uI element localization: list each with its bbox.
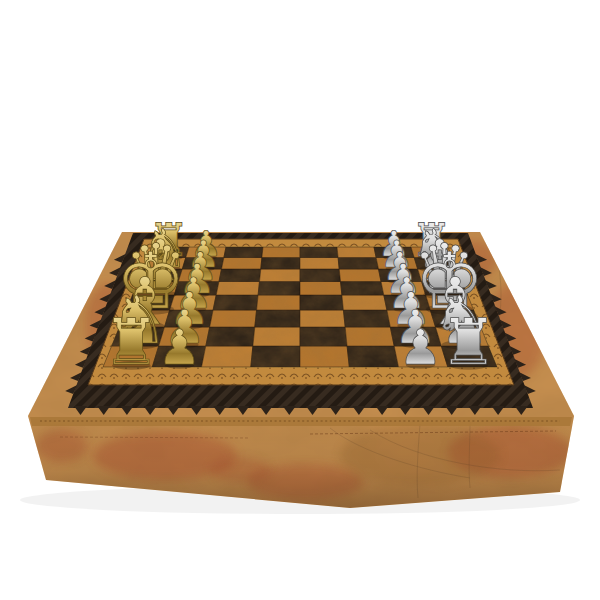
box-emboss-band xyxy=(30,417,572,426)
piece-white-pawn-h2[interactable]: ♟ xyxy=(158,319,201,375)
piece-glyph: ♟ xyxy=(399,319,442,375)
piece-glyph: ♜ xyxy=(103,305,160,379)
piece-black-pawn-h7[interactable]: ♟ xyxy=(399,319,442,375)
piece-glyph: ♟ xyxy=(158,319,201,375)
piece-glyph: ♜ xyxy=(440,305,497,379)
piece-black-rook-h8[interactable]: ♜ xyxy=(440,305,497,379)
chess-set-product-photo: ♜♟♜♟♞♟♞♟♝♟♝♟♛♟♛♟♚♟♚♟♝♟♝♟♞♟♞♟♜♟♜♟ xyxy=(0,0,600,600)
chess-scene: ♜♟♜♟♞♟♞♟♝♟♝♟♛♟♛♟♚♟♚♟♝♟♝♟♞♟♞♟♜♟♜♟ xyxy=(0,0,600,600)
piece-white-rook-h1[interactable]: ♜ xyxy=(103,305,160,379)
